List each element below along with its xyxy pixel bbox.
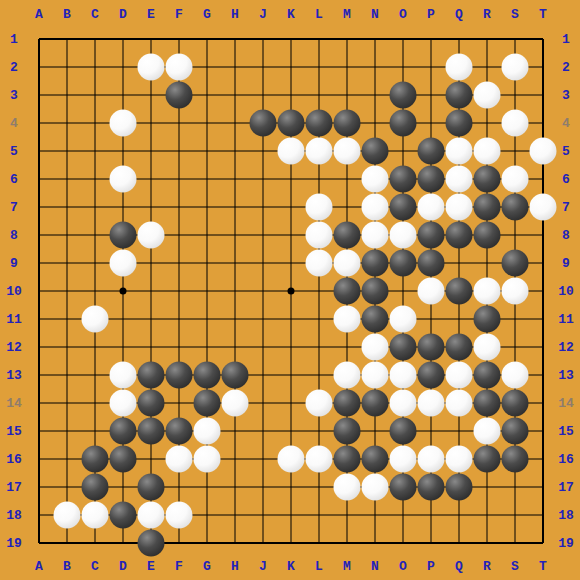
- black-stone-E15[interactable]: [138, 418, 165, 445]
- black-stone-N5[interactable]: [362, 138, 389, 165]
- white-stone-M11[interactable]: [334, 306, 361, 333]
- white-stone-M5[interactable]: [334, 138, 361, 165]
- black-stone-O3[interactable]: [390, 82, 417, 109]
- white-stone-Q16[interactable]: [446, 446, 473, 473]
- row-label-left-7: 7: [10, 201, 18, 214]
- white-stone-N7[interactable]: [362, 194, 389, 221]
- black-stone-O9[interactable]: [390, 250, 417, 277]
- white-stone-C18[interactable]: [82, 502, 109, 529]
- white-stone-P10[interactable]: [418, 278, 445, 305]
- col-label-top-O: O: [399, 8, 407, 21]
- black-stone-D18[interactable]: [110, 502, 137, 529]
- row-label-left-8: 8: [10, 229, 18, 242]
- row-label-right-16: 16: [558, 453, 574, 466]
- black-stone-D8[interactable]: [110, 222, 137, 249]
- col-label-top-L: L: [315, 8, 323, 21]
- row-label-right-17: 17: [558, 481, 574, 494]
- black-stone-S16[interactable]: [502, 446, 529, 473]
- black-stone-M14[interactable]: [334, 390, 361, 417]
- white-stone-P7[interactable]: [418, 194, 445, 221]
- white-stone-L5[interactable]: [306, 138, 333, 165]
- black-stone-N14[interactable]: [362, 390, 389, 417]
- col-label-top-K: K: [287, 8, 295, 21]
- black-stone-G14[interactable]: [194, 390, 221, 417]
- white-stone-N6[interactable]: [362, 166, 389, 193]
- row-label-left-19: 19: [6, 537, 22, 550]
- white-stone-S4[interactable]: [502, 110, 529, 137]
- row-label-left-12: 12: [6, 341, 22, 354]
- white-stone-R10[interactable]: [474, 278, 501, 305]
- col-label-bottom-F: F: [175, 560, 183, 573]
- col-label-bottom-G: G: [203, 560, 211, 573]
- white-stone-N17[interactable]: [362, 474, 389, 501]
- white-stone-S2[interactable]: [502, 54, 529, 81]
- row-label-right-4: 4: [562, 117, 570, 130]
- col-label-top-B: B: [63, 8, 71, 21]
- white-stone-Q14[interactable]: [446, 390, 473, 417]
- black-stone-D16[interactable]: [110, 446, 137, 473]
- col-label-bottom-B: B: [63, 560, 71, 573]
- col-label-top-P: P: [427, 8, 435, 21]
- black-stone-P12[interactable]: [418, 334, 445, 361]
- white-stone-R5[interactable]: [474, 138, 501, 165]
- row-label-left-15: 15: [6, 425, 22, 438]
- white-stone-O8[interactable]: [390, 222, 417, 249]
- row-label-left-16: 16: [6, 453, 22, 466]
- col-label-bottom-Q: Q: [455, 560, 463, 573]
- col-label-bottom-D: D: [119, 560, 127, 573]
- col-label-top-N: N: [371, 8, 379, 21]
- row-label-right-13: 13: [558, 369, 574, 382]
- col-label-top-R: R: [483, 8, 491, 21]
- row-label-right-5: 5: [562, 145, 570, 158]
- black-stone-N9[interactable]: [362, 250, 389, 277]
- row-label-left-13: 13: [6, 369, 22, 382]
- row-label-right-2: 2: [562, 61, 570, 74]
- black-stone-R11[interactable]: [474, 306, 501, 333]
- col-label-top-T: T: [539, 8, 547, 21]
- white-stone-O14[interactable]: [390, 390, 417, 417]
- white-stone-L9[interactable]: [306, 250, 333, 277]
- star-point-D10: [120, 288, 127, 295]
- star-point-K10: [288, 288, 295, 295]
- col-label-bottom-R: R: [483, 560, 491, 573]
- white-stone-M13[interactable]: [334, 362, 361, 389]
- white-stone-R3[interactable]: [474, 82, 501, 109]
- col-label-bottom-K: K: [287, 560, 295, 573]
- row-label-left-14: 14: [6, 397, 22, 410]
- black-stone-Q4[interactable]: [446, 110, 473, 137]
- row-label-left-4: 4: [10, 117, 18, 130]
- white-stone-L14[interactable]: [306, 390, 333, 417]
- white-stone-P16[interactable]: [418, 446, 445, 473]
- black-stone-E17[interactable]: [138, 474, 165, 501]
- white-stone-S6[interactable]: [502, 166, 529, 193]
- row-label-left-18: 18: [6, 509, 22, 522]
- black-stone-M8[interactable]: [334, 222, 361, 249]
- row-label-left-5: 5: [10, 145, 18, 158]
- col-label-bottom-H: H: [231, 560, 239, 573]
- black-stone-F13[interactable]: [166, 362, 193, 389]
- black-stone-P13[interactable]: [418, 362, 445, 389]
- white-stone-N13[interactable]: [362, 362, 389, 389]
- black-stone-O15[interactable]: [390, 418, 417, 445]
- row-label-left-10: 10: [6, 285, 22, 298]
- col-label-top-M: M: [343, 8, 351, 21]
- col-label-top-D: D: [119, 8, 127, 21]
- white-stone-L8[interactable]: [306, 222, 333, 249]
- black-stone-O6[interactable]: [390, 166, 417, 193]
- row-label-right-15: 15: [558, 425, 574, 438]
- white-stone-R12[interactable]: [474, 334, 501, 361]
- row-label-right-1: 1: [562, 33, 570, 46]
- black-stone-O17[interactable]: [390, 474, 417, 501]
- black-stone-M10[interactable]: [334, 278, 361, 305]
- white-stone-M9[interactable]: [334, 250, 361, 277]
- black-stone-P8[interactable]: [418, 222, 445, 249]
- row-label-right-8: 8: [562, 229, 570, 242]
- black-stone-K4[interactable]: [278, 110, 305, 137]
- black-stone-G13[interactable]: [194, 362, 221, 389]
- white-stone-F16[interactable]: [166, 446, 193, 473]
- white-stone-D6[interactable]: [110, 166, 137, 193]
- white-stone-Q2[interactable]: [446, 54, 473, 81]
- white-stone-T7[interactable]: [530, 194, 557, 221]
- black-stone-Q12[interactable]: [446, 334, 473, 361]
- col-label-top-F: F: [175, 8, 183, 21]
- white-stone-K5[interactable]: [278, 138, 305, 165]
- black-stone-N16[interactable]: [362, 446, 389, 473]
- white-stone-O13[interactable]: [390, 362, 417, 389]
- row-label-right-11: 11: [558, 313, 574, 326]
- black-stone-R16[interactable]: [474, 446, 501, 473]
- black-stone-M4[interactable]: [334, 110, 361, 137]
- col-label-bottom-J: J: [259, 560, 267, 573]
- white-stone-F18[interactable]: [166, 502, 193, 529]
- row-label-right-14: 14: [558, 397, 574, 410]
- col-label-top-Q: Q: [455, 8, 463, 21]
- black-stone-Q3[interactable]: [446, 82, 473, 109]
- black-stone-O12[interactable]: [390, 334, 417, 361]
- col-label-bottom-C: C: [91, 560, 99, 573]
- white-stone-K16[interactable]: [278, 446, 305, 473]
- col-label-bottom-A: A: [35, 560, 43, 573]
- white-stone-Q7[interactable]: [446, 194, 473, 221]
- black-stone-N10[interactable]: [362, 278, 389, 305]
- col-label-top-J: J: [259, 8, 267, 21]
- white-stone-R15[interactable]: [474, 418, 501, 445]
- black-stone-N11[interactable]: [362, 306, 389, 333]
- black-stone-P5[interactable]: [418, 138, 445, 165]
- black-stone-R8[interactable]: [474, 222, 501, 249]
- white-stone-M17[interactable]: [334, 474, 361, 501]
- black-stone-F3[interactable]: [166, 82, 193, 109]
- white-stone-S13[interactable]: [502, 362, 529, 389]
- col-label-top-H: H: [231, 8, 239, 21]
- row-label-right-9: 9: [562, 257, 570, 270]
- row-label-left-3: 3: [10, 89, 18, 102]
- col-label-top-E: E: [147, 8, 155, 21]
- row-label-left-6: 6: [10, 173, 18, 186]
- black-stone-J4[interactable]: [250, 110, 277, 137]
- row-label-left-2: 2: [10, 61, 18, 74]
- black-stone-Q10[interactable]: [446, 278, 473, 305]
- col-label-bottom-L: L: [315, 560, 323, 573]
- white-stone-D14[interactable]: [110, 390, 137, 417]
- black-stone-D15[interactable]: [110, 418, 137, 445]
- black-stone-F15[interactable]: [166, 418, 193, 445]
- black-stone-P6[interactable]: [418, 166, 445, 193]
- col-label-top-A: A: [35, 8, 43, 21]
- black-stone-H13[interactable]: [222, 362, 249, 389]
- col-label-bottom-N: N: [371, 560, 379, 573]
- white-stone-N8[interactable]: [362, 222, 389, 249]
- col-label-top-C: C: [91, 8, 99, 21]
- row-label-left-9: 9: [10, 257, 18, 270]
- white-stone-P14[interactable]: [418, 390, 445, 417]
- black-stone-R14[interactable]: [474, 390, 501, 417]
- white-stone-B18[interactable]: [54, 502, 81, 529]
- col-label-top-G: G: [203, 8, 211, 21]
- row-label-right-19: 19: [558, 537, 574, 550]
- col-label-top-S: S: [511, 8, 519, 21]
- white-stone-Q6[interactable]: [446, 166, 473, 193]
- black-stone-O7[interactable]: [390, 194, 417, 221]
- col-label-bottom-E: E: [147, 560, 155, 573]
- black-stone-P9[interactable]: [418, 250, 445, 277]
- black-stone-R13[interactable]: [474, 362, 501, 389]
- row-label-right-18: 18: [558, 509, 574, 522]
- black-stone-C17[interactable]: [82, 474, 109, 501]
- white-stone-O16[interactable]: [390, 446, 417, 473]
- black-stone-E19[interactable]: [138, 530, 165, 557]
- black-stone-L4[interactable]: [306, 110, 333, 137]
- white-stone-E2[interactable]: [138, 54, 165, 81]
- black-stone-S14[interactable]: [502, 390, 529, 417]
- black-stone-S7[interactable]: [502, 194, 529, 221]
- white-stone-D4[interactable]: [110, 110, 137, 137]
- row-label-left-17: 17: [6, 481, 22, 494]
- row-label-right-3: 3: [562, 89, 570, 102]
- white-stone-S10[interactable]: [502, 278, 529, 305]
- black-stone-Q8[interactable]: [446, 222, 473, 249]
- white-stone-E8[interactable]: [138, 222, 165, 249]
- white-stone-L7[interactable]: [306, 194, 333, 221]
- black-stone-R7[interactable]: [474, 194, 501, 221]
- black-stone-C16[interactable]: [82, 446, 109, 473]
- go-board-screen: AABBCCDDEEFFGGHHJJKKLLMMNNOOPPQQRRSSTT11…: [0, 0, 580, 580]
- col-label-bottom-T: T: [539, 560, 547, 573]
- white-stone-F2[interactable]: [166, 54, 193, 81]
- black-stone-O4[interactable]: [390, 110, 417, 137]
- black-stone-S9[interactable]: [502, 250, 529, 277]
- white-stone-N12[interactable]: [362, 334, 389, 361]
- white-stone-G15[interactable]: [194, 418, 221, 445]
- row-label-right-6: 6: [562, 173, 570, 186]
- black-stone-R6[interactable]: [474, 166, 501, 193]
- white-stone-L16[interactable]: [306, 446, 333, 473]
- white-stone-O11[interactable]: [390, 306, 417, 333]
- white-stone-T5[interactable]: [530, 138, 557, 165]
- row-label-left-11: 11: [6, 313, 22, 326]
- black-stone-E14[interactable]: [138, 390, 165, 417]
- white-stone-D13[interactable]: [110, 362, 137, 389]
- white-stone-G16[interactable]: [194, 446, 221, 473]
- black-stone-E13[interactable]: [138, 362, 165, 389]
- black-stone-S15[interactable]: [502, 418, 529, 445]
- white-stone-C11[interactable]: [82, 306, 109, 333]
- white-stone-Q5[interactable]: [446, 138, 473, 165]
- row-label-left-1: 1: [10, 33, 18, 46]
- col-label-bottom-M: M: [343, 560, 351, 573]
- white-stone-D9[interactable]: [110, 250, 137, 277]
- black-stone-M16[interactable]: [334, 446, 361, 473]
- white-stone-H14[interactable]: [222, 390, 249, 417]
- row-label-right-12: 12: [558, 341, 574, 354]
- row-label-right-10: 10: [558, 285, 574, 298]
- row-label-right-7: 7: [562, 201, 570, 214]
- black-stone-M15[interactable]: [334, 418, 361, 445]
- white-stone-E18[interactable]: [138, 502, 165, 529]
- black-stone-Q17[interactable]: [446, 474, 473, 501]
- black-stone-P17[interactable]: [418, 474, 445, 501]
- col-label-bottom-S: S: [511, 560, 519, 573]
- white-stone-Q13[interactable]: [446, 362, 473, 389]
- col-label-bottom-O: O: [399, 560, 407, 573]
- col-label-bottom-P: P: [427, 560, 435, 573]
